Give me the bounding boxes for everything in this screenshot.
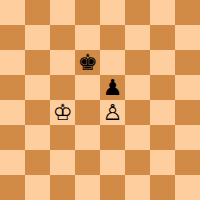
- square-c8[interactable]: [50, 0, 75, 25]
- square-d8[interactable]: [75, 0, 100, 25]
- square-f4[interactable]: [125, 100, 150, 125]
- square-b5[interactable]: [25, 75, 50, 100]
- square-h5[interactable]: [175, 75, 200, 100]
- square-f2[interactable]: [125, 150, 150, 175]
- square-b4[interactable]: [25, 100, 50, 125]
- square-f7[interactable]: [125, 25, 150, 50]
- square-f1[interactable]: [125, 175, 150, 200]
- square-d1[interactable]: [75, 175, 100, 200]
- square-g1[interactable]: [150, 175, 175, 200]
- square-c6[interactable]: [50, 50, 75, 75]
- chess-board: ♚♟♔♙: [0, 0, 200, 200]
- square-f6[interactable]: [125, 50, 150, 75]
- square-h8[interactable]: [175, 0, 200, 25]
- square-e6[interactable]: [100, 50, 125, 75]
- piece-white-king[interactable]: ♔: [50, 100, 75, 125]
- square-b8[interactable]: [25, 0, 50, 25]
- square-e3[interactable]: [100, 125, 125, 150]
- piece-white-pawn[interactable]: ♙: [100, 100, 125, 125]
- square-c5[interactable]: [50, 75, 75, 100]
- square-b3[interactable]: [25, 125, 50, 150]
- square-a3[interactable]: [0, 125, 25, 150]
- square-f5[interactable]: [125, 75, 150, 100]
- square-d5[interactable]: [75, 75, 100, 100]
- square-b7[interactable]: [25, 25, 50, 50]
- square-d2[interactable]: [75, 150, 100, 175]
- square-h3[interactable]: [175, 125, 200, 150]
- square-b6[interactable]: [25, 50, 50, 75]
- square-f3[interactable]: [125, 125, 150, 150]
- square-a8[interactable]: [0, 0, 25, 25]
- square-d6[interactable]: ♚: [75, 50, 100, 75]
- square-a6[interactable]: [0, 50, 25, 75]
- square-c1[interactable]: [50, 175, 75, 200]
- square-c4[interactable]: ♔: [50, 100, 75, 125]
- piece-black-pawn[interactable]: ♟: [100, 75, 125, 100]
- square-d7[interactable]: [75, 25, 100, 50]
- square-g8[interactable]: [150, 0, 175, 25]
- square-a4[interactable]: [0, 100, 25, 125]
- square-g4[interactable]: [150, 100, 175, 125]
- square-h6[interactable]: [175, 50, 200, 75]
- square-a5[interactable]: [0, 75, 25, 100]
- square-e1[interactable]: [100, 175, 125, 200]
- square-d4[interactable]: [75, 100, 100, 125]
- square-c2[interactable]: [50, 150, 75, 175]
- square-g7[interactable]: [150, 25, 175, 50]
- square-h1[interactable]: [175, 175, 200, 200]
- square-e7[interactable]: [100, 25, 125, 50]
- square-h2[interactable]: [175, 150, 200, 175]
- square-e8[interactable]: [100, 0, 125, 25]
- square-a7[interactable]: [0, 25, 25, 50]
- piece-black-king[interactable]: ♚: [75, 50, 100, 75]
- square-g6[interactable]: [150, 50, 175, 75]
- square-a1[interactable]: [0, 175, 25, 200]
- square-b2[interactable]: [25, 150, 50, 175]
- square-e5[interactable]: ♟: [100, 75, 125, 100]
- square-b1[interactable]: [25, 175, 50, 200]
- square-f8[interactable]: [125, 0, 150, 25]
- square-g3[interactable]: [150, 125, 175, 150]
- square-g5[interactable]: [150, 75, 175, 100]
- square-g2[interactable]: [150, 150, 175, 175]
- square-c3[interactable]: [50, 125, 75, 150]
- square-e4[interactable]: ♙: [100, 100, 125, 125]
- square-h7[interactable]: [175, 25, 200, 50]
- square-d3[interactable]: [75, 125, 100, 150]
- square-h4[interactable]: [175, 100, 200, 125]
- square-e2[interactable]: [100, 150, 125, 175]
- square-a2[interactable]: [0, 150, 25, 175]
- square-c7[interactable]: [50, 25, 75, 50]
